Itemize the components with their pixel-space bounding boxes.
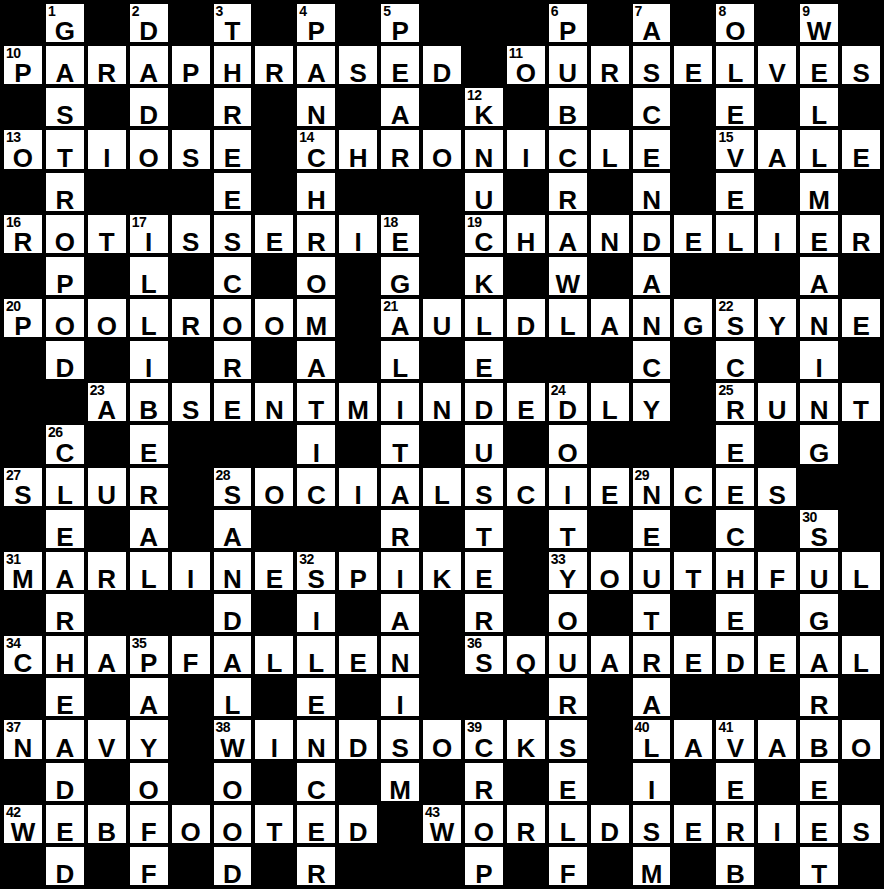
letter-cell-r8c1[interactable]: D — [46, 341, 84, 379]
letter-cell-r11c2[interactable]: U — [88, 468, 126, 506]
letter-cell-r0c3[interactable]: 2D — [130, 4, 168, 42]
letter-cell-r16c13[interactable]: R — [549, 678, 587, 716]
letter-cell-r19c18[interactable]: I — [758, 805, 796, 843]
letter-cell-r11c6[interactable]: O — [255, 468, 293, 506]
letter-cell-r15c2[interactable]: A — [88, 636, 126, 674]
letter-cell-r17c8[interactable]: D — [339, 720, 377, 758]
letter-cell-r9c19[interactable]: N — [800, 383, 838, 421]
letter-cell-r10c1[interactable]: 26C — [46, 425, 84, 463]
letter-cell-r18c9[interactable]: M — [381, 763, 419, 801]
letter-cell-r13c4[interactable]: I — [172, 552, 210, 590]
letter-cell-r3c17[interactable]: 15V — [716, 130, 754, 168]
letter-cell-r6c15[interactable]: A — [633, 257, 671, 295]
letter-cell-r5c14[interactable]: N — [591, 215, 629, 253]
letter-cell-r11c10[interactable]: L — [423, 468, 461, 506]
letter-cell-r5c5[interactable]: S — [214, 215, 252, 253]
letter-cell-r15c0[interactable]: 34C — [4, 636, 42, 674]
letter-cell-r15c20[interactable]: L — [842, 636, 880, 674]
letter-cell-r16c9[interactable]: I — [381, 678, 419, 716]
letter-cell-r19c4[interactable]: O — [172, 805, 210, 843]
letter-cell-r5c15[interactable]: D — [633, 215, 671, 253]
letter-cell-r17c17[interactable]: 41V — [716, 720, 754, 758]
letter-cell-r15c13[interactable]: U — [549, 636, 587, 674]
letter-cell-r13c7[interactable]: 32S — [297, 552, 335, 590]
letter-cell-r7c10[interactable]: U — [423, 299, 461, 337]
cell-letter: E — [214, 145, 252, 171]
letter-cell-r11c13[interactable]: I — [549, 468, 587, 506]
letter-cell-r13c10[interactable]: K — [423, 552, 461, 590]
letter-cell-r18c11[interactable]: R — [465, 763, 503, 801]
letter-cell-r8c11[interactable]: E — [465, 341, 503, 379]
black-cell-r18c18 — [758, 763, 796, 801]
letter-cell-r6c9[interactable]: G — [381, 257, 419, 295]
letter-cell-r5c20[interactable]: R — [842, 215, 880, 253]
letter-cell-r18c15[interactable]: I — [633, 763, 671, 801]
letter-cell-r8c19[interactable]: I — [800, 341, 838, 379]
letter-cell-r20c7[interactable]: R — [297, 847, 335, 885]
letter-cell-r5c7[interactable]: R — [297, 215, 335, 253]
letter-cell-r20c15[interactable]: M — [633, 847, 671, 885]
letter-cell-r11c8[interactable]: I — [339, 468, 377, 506]
cell-letter: T — [465, 524, 503, 550]
letter-cell-r5c1[interactable]: O — [46, 215, 84, 253]
letter-cell-r17c3[interactable]: Y — [130, 720, 168, 758]
letter-cell-r10c3[interactable]: E — [130, 425, 168, 463]
letter-cell-r20c17[interactable]: B — [716, 847, 754, 885]
letter-cell-r3c18[interactable]: A — [758, 130, 796, 168]
letter-cell-r19c13[interactable]: L — [549, 805, 587, 843]
letter-cell-r11c18[interactable]: S — [758, 468, 796, 506]
letter-cell-r1c16[interactable]: E — [674, 46, 712, 84]
letter-cell-r1c14[interactable]: R — [591, 46, 629, 84]
letter-cell-r17c5[interactable]: 38W — [214, 720, 252, 758]
letter-cell-r15c7[interactable]: L — [297, 636, 335, 674]
letter-cell-r18c1[interactable]: D — [46, 763, 84, 801]
letter-cell-r4c1[interactable]: R — [46, 173, 84, 211]
letter-cell-r8c17[interactable]: C — [716, 341, 754, 379]
letter-cell-r13c18[interactable]: F — [758, 552, 796, 590]
letter-cell-r4c11[interactable]: U — [465, 173, 503, 211]
letter-cell-r11c12[interactable]: C — [507, 468, 545, 506]
letter-cell-r17c6[interactable]: I — [255, 720, 293, 758]
letter-cell-r12c19[interactable]: 30S — [800, 510, 838, 548]
letter-cell-r16c3[interactable]: A — [130, 678, 168, 716]
letter-cell-r0c9[interactable]: 5P — [381, 4, 419, 42]
letter-cell-r13c2[interactable]: R — [88, 552, 126, 590]
letter-cell-r1c12[interactable]: 11O — [507, 46, 545, 84]
letter-cell-r14c7[interactable]: I — [297, 594, 335, 632]
letter-cell-r3c9[interactable]: R — [381, 130, 419, 168]
letter-cell-r13c11[interactable]: E — [465, 552, 503, 590]
letter-cell-r9c7[interactable]: T — [297, 383, 335, 421]
letter-cell-r13c13[interactable]: 33Y — [549, 552, 587, 590]
letter-cell-r5c3[interactable]: 17I — [130, 215, 168, 253]
letter-cell-r18c3[interactable]: O — [130, 763, 168, 801]
letter-cell-r11c9[interactable]: A — [381, 468, 419, 506]
letter-cell-r12c9[interactable]: R — [381, 510, 419, 548]
letter-cell-r20c1[interactable]: D — [46, 847, 84, 885]
letter-cell-r7c0[interactable]: 20P — [4, 299, 42, 337]
letter-cell-r9c4[interactable]: S — [172, 383, 210, 421]
letter-cell-r19c7[interactable]: E — [297, 805, 335, 843]
letter-cell-r19c6[interactable]: T — [255, 805, 293, 843]
letter-cell-r15c18[interactable]: E — [758, 636, 796, 674]
letter-cell-r9c15[interactable]: Y — [633, 383, 671, 421]
letter-cell-r1c18[interactable]: V — [758, 46, 796, 84]
letter-cell-r14c11[interactable]: R — [465, 594, 503, 632]
letter-cell-r6c5[interactable]: C — [214, 257, 252, 295]
letter-cell-r15c3[interactable]: 35P — [130, 636, 168, 674]
letter-cell-r19c16[interactable]: E — [674, 805, 712, 843]
letter-cell-r7c9[interactable]: 21A — [381, 299, 419, 337]
letter-cell-r14c19[interactable]: G — [800, 594, 838, 632]
letter-cell-r15c19[interactable]: A — [800, 636, 838, 674]
letter-cell-r13c19[interactable]: U — [800, 552, 838, 590]
letter-cell-r5c9[interactable]: 18E — [381, 215, 419, 253]
letter-cell-r7c16[interactable]: G — [674, 299, 712, 337]
letter-cell-r12c11[interactable]: T — [465, 510, 503, 548]
letter-cell-r11c1[interactable]: L — [46, 468, 84, 506]
letter-cell-r12c17[interactable]: C — [716, 510, 754, 548]
letter-cell-r9c14[interactable]: L — [591, 383, 629, 421]
letter-cell-r1c9[interactable]: E — [381, 46, 419, 84]
letter-cell-r19c2[interactable]: B — [88, 805, 126, 843]
letter-cell-r16c7[interactable]: E — [297, 678, 335, 716]
letter-cell-r1c20[interactable]: S — [842, 46, 880, 84]
letter-cell-r9c2[interactable]: 23A — [88, 383, 126, 421]
letter-cell-r11c3[interactable]: R — [130, 468, 168, 506]
letter-cell-r0c19[interactable]: 9W — [800, 4, 838, 42]
letter-cell-r18c5[interactable]: O — [214, 763, 252, 801]
letter-cell-r5c16[interactable]: E — [674, 215, 712, 253]
letter-cell-r1c5[interactable]: H — [214, 46, 252, 84]
letter-cell-r17c7[interactable]: N — [297, 720, 335, 758]
letter-cell-r13c6[interactable]: E — [255, 552, 293, 590]
letter-cell-r3c3[interactable]: O — [130, 130, 168, 168]
letter-cell-r13c14[interactable]: O — [591, 552, 629, 590]
letter-cell-r3c11[interactable]: N — [465, 130, 503, 168]
letter-cell-r1c6[interactable]: R — [255, 46, 293, 84]
letter-cell-r7c5[interactable]: O — [214, 299, 252, 337]
letter-cell-r9c20[interactable]: T — [842, 383, 880, 421]
letter-cell-r7c20[interactable]: E — [842, 299, 880, 337]
letter-cell-r7c6[interactable]: O — [255, 299, 293, 337]
letter-cell-r12c13[interactable]: T — [549, 510, 587, 548]
letter-cell-r16c15[interactable]: A — [633, 678, 671, 716]
letter-cell-r11c15[interactable]: 29N — [633, 468, 671, 506]
letter-cell-r1c15[interactable]: S — [633, 46, 671, 84]
letter-cell-r19c12[interactable]: R — [507, 805, 545, 843]
letter-cell-r17c12[interactable]: K — [507, 720, 545, 758]
letter-cell-r11c5[interactable]: 28S — [214, 468, 252, 506]
letter-cell-r20c5[interactable]: D — [214, 847, 252, 885]
letter-cell-r9c6[interactable]: N — [255, 383, 293, 421]
letter-cell-r13c16[interactable]: T — [674, 552, 712, 590]
letter-cell-r1c3[interactable]: A — [130, 46, 168, 84]
letter-cell-r17c18[interactable]: A — [758, 720, 796, 758]
cell-letter: U — [758, 397, 796, 423]
letter-cell-r2c13[interactable]: B — [549, 88, 587, 126]
letter-cell-r7c11[interactable]: L — [465, 299, 503, 337]
letter-cell-r14c9[interactable]: A — [381, 594, 419, 632]
letter-cell-r17c9[interactable]: S — [381, 720, 419, 758]
letter-cell-r8c5[interactable]: R — [214, 341, 252, 379]
letter-cell-r1c10[interactable]: D — [423, 46, 461, 84]
letter-cell-r2c5[interactable]: R — [214, 88, 252, 126]
letter-cell-r2c7[interactable]: N — [297, 88, 335, 126]
letter-cell-r9c8[interactable]: M — [339, 383, 377, 421]
letter-cell-r15c1[interactable]: H — [46, 636, 84, 674]
letter-cell-r15c4[interactable]: F — [172, 636, 210, 674]
letter-cell-r11c16[interactable]: C — [674, 468, 712, 506]
letter-cell-r11c0[interactable]: 27S — [4, 468, 42, 506]
letter-cell-r15c11[interactable]: 36S — [465, 636, 503, 674]
letter-cell-r9c5[interactable]: E — [214, 383, 252, 421]
letter-cell-r10c9[interactable]: T — [381, 425, 419, 463]
letter-cell-r7c19[interactable]: N — [800, 299, 838, 337]
letter-cell-r4c7[interactable]: H — [297, 173, 335, 211]
letter-cell-r19c5[interactable]: O — [214, 805, 252, 843]
letter-cell-r15c17[interactable]: D — [716, 636, 754, 674]
letter-cell-r15c12[interactable]: Q — [507, 636, 545, 674]
letter-cell-r9c3[interactable]: B — [130, 383, 168, 421]
letter-cell-r2c15[interactable]: C — [633, 88, 671, 126]
letter-cell-r0c13[interactable]: 6P — [549, 4, 587, 42]
letter-cell-r7c1[interactable]: O — [46, 299, 84, 337]
letter-cell-r13c20[interactable]: L — [842, 552, 880, 590]
letter-cell-r6c3[interactable]: L — [130, 257, 168, 295]
letter-cell-r20c13[interactable]: F — [549, 847, 587, 885]
letter-cell-r13c8[interactable]: P — [339, 552, 377, 590]
letter-cell-r3c8[interactable]: H — [339, 130, 377, 168]
letter-cell-r10c17[interactable]: E — [716, 425, 754, 463]
letter-cell-r19c20[interactable]: S — [842, 805, 880, 843]
letter-cell-r3c19[interactable]: L — [800, 130, 838, 168]
letter-cell-r14c17[interactable]: E — [716, 594, 754, 632]
letter-cell-r13c3[interactable]: L — [130, 552, 168, 590]
letter-cell-r17c11[interactable]: 39C — [465, 720, 503, 758]
letter-cell-r14c15[interactable]: T — [633, 594, 671, 632]
black-cell-r12c12 — [507, 510, 545, 548]
letter-cell-r17c20[interactable]: O — [842, 720, 880, 758]
letter-cell-r19c17[interactable]: R — [716, 805, 754, 843]
letter-cell-r10c7[interactable]: I — [297, 425, 335, 463]
letter-cell-r17c16[interactable]: A — [674, 720, 712, 758]
letter-cell-r1c19[interactable]: E — [800, 46, 838, 84]
letter-cell-r5c8[interactable]: I — [339, 215, 377, 253]
letter-cell-r11c11[interactable]: S — [465, 468, 503, 506]
letter-cell-r9c18[interactable]: U — [758, 383, 796, 421]
letter-cell-r8c9[interactable]: L — [381, 341, 419, 379]
letter-cell-r15c14[interactable]: A — [591, 636, 629, 674]
black-cell-r14c14 — [591, 594, 629, 632]
letter-cell-r15c6[interactable]: L — [255, 636, 293, 674]
letter-cell-r14c13[interactable]: O — [549, 594, 587, 632]
letter-cell-r3c5[interactable]: E — [214, 130, 252, 168]
letter-cell-r3c10[interactable]: O — [423, 130, 461, 168]
letter-cell-r16c5[interactable]: L — [214, 678, 252, 716]
letter-cell-r14c1[interactable]: R — [46, 594, 84, 632]
cell-letter: A — [633, 18, 671, 44]
letter-cell-r9c10[interactable]: N — [423, 383, 461, 421]
letter-cell-r9c11[interactable]: D — [465, 383, 503, 421]
letter-cell-r8c15[interactable]: C — [633, 341, 671, 379]
letter-cell-r13c17[interactable]: H — [716, 552, 754, 590]
letter-cell-r3c15[interactable]: E — [633, 130, 671, 168]
letter-cell-r13c1[interactable]: A — [46, 552, 84, 590]
letter-cell-r17c1[interactable]: A — [46, 720, 84, 758]
letter-cell-r19c11[interactable]: O — [465, 805, 503, 843]
letter-cell-r3c4[interactable]: S — [172, 130, 210, 168]
letter-cell-r5c13[interactable]: A — [549, 215, 587, 253]
letter-cell-r5c0[interactable]: 16R — [4, 215, 42, 253]
letter-cell-r7c17[interactable]: 22S — [716, 299, 754, 337]
letter-cell-r15c5[interactable]: A — [214, 636, 252, 674]
letter-cell-r13c5[interactable]: N — [214, 552, 252, 590]
letter-cell-r1c2[interactable]: R — [88, 46, 126, 84]
letter-cell-r2c3[interactable]: D — [130, 88, 168, 126]
letter-cell-r2c1[interactable]: S — [46, 88, 84, 126]
letter-cell-r20c3[interactable]: F — [130, 847, 168, 885]
letter-cell-r15c16[interactable]: E — [674, 636, 712, 674]
letter-cell-r5c11[interactable]: 19C — [465, 215, 503, 253]
letter-cell-r15c8[interactable]: E — [339, 636, 377, 674]
letter-cell-r18c17[interactable]: E — [716, 763, 754, 801]
letter-cell-r6c1[interactable]: P — [46, 257, 84, 295]
letter-cell-r7c7[interactable]: M — [297, 299, 335, 337]
letter-cell-r3c13[interactable]: C — [549, 130, 587, 168]
letter-cell-r3c2[interactable]: I — [88, 130, 126, 168]
letter-cell-r19c10[interactable]: 43W — [423, 805, 461, 843]
letter-cell-r18c7[interactable]: C — [297, 763, 335, 801]
letter-cell-r16c19[interactable]: R — [800, 678, 838, 716]
letter-cell-r20c11[interactable]: P — [465, 847, 503, 885]
letter-cell-r5c6[interactable]: E — [255, 215, 293, 253]
letter-cell-r3c20[interactable]: E — [842, 130, 880, 168]
letter-cell-r7c18[interactable]: Y — [758, 299, 796, 337]
letter-cell-r7c2[interactable]: O — [88, 299, 126, 337]
letter-cell-r19c15[interactable]: S — [633, 805, 671, 843]
letter-cell-r19c19[interactable]: E — [800, 805, 838, 843]
letter-cell-r17c10[interactable]: O — [423, 720, 461, 758]
letter-cell-r11c14[interactable]: E — [591, 468, 629, 506]
letter-cell-r16c1[interactable]: E — [46, 678, 84, 716]
letter-cell-r5c12[interactable]: H — [507, 215, 545, 253]
letter-cell-r11c17[interactable]: E — [716, 468, 754, 506]
letter-cell-r6c13[interactable]: W — [549, 257, 587, 295]
letter-cell-r12c3[interactable]: A — [130, 510, 168, 548]
letter-cell-r1c8[interactable]: S — [339, 46, 377, 84]
letter-cell-r0c7[interactable]: 4P — [297, 4, 335, 42]
letter-cell-r7c12[interactable]: D — [507, 299, 545, 337]
letter-cell-r1c17[interactable]: L — [716, 46, 754, 84]
letter-cell-r10c13[interactable]: O — [549, 425, 587, 463]
letter-cell-r5c4[interactable]: S — [172, 215, 210, 253]
letter-cell-r13c9[interactable]: I — [381, 552, 419, 590]
letter-cell-r4c15[interactable]: N — [633, 173, 671, 211]
letter-cell-r14c5[interactable]: D — [214, 594, 252, 632]
letter-cell-r10c11[interactable]: U — [465, 425, 503, 463]
letter-cell-r15c15[interactable]: R — [633, 636, 671, 674]
letter-cell-r8c3[interactable]: I — [130, 341, 168, 379]
letter-cell-r1c0[interactable]: 10P — [4, 46, 42, 84]
letter-cell-r0c17[interactable]: 8O — [716, 4, 754, 42]
letter-cell-r2c11[interactable]: 12K — [465, 88, 503, 126]
letter-cell-r7c4[interactable]: R — [172, 299, 210, 337]
letter-cell-r6c19[interactable]: A — [800, 257, 838, 295]
letter-cell-r12c1[interactable]: E — [46, 510, 84, 548]
letter-cell-r0c15[interactable]: 7A — [633, 4, 671, 42]
letter-cell-r12c5[interactable]: A — [214, 510, 252, 548]
letter-cell-r3c0[interactable]: 13O — [4, 130, 42, 168]
letter-cell-r17c15[interactable]: 40L — [633, 720, 671, 758]
letter-cell-r19c0[interactable]: 42W — [4, 805, 42, 843]
letter-cell-r11c7[interactable]: C — [297, 468, 335, 506]
letter-cell-r4c17[interactable]: E — [716, 173, 754, 211]
cell-letter: R — [465, 777, 503, 803]
letter-cell-r4c19[interactable]: M — [800, 173, 838, 211]
letter-cell-r18c19[interactable]: E — [800, 763, 838, 801]
letter-cell-r12c15[interactable]: E — [633, 510, 671, 548]
letter-cell-r17c2[interactable]: V — [88, 720, 126, 758]
letter-cell-r3c14[interactable]: L — [591, 130, 629, 168]
letter-cell-r19c3[interactable]: F — [130, 805, 168, 843]
letter-cell-r7c3[interactable]: L — [130, 299, 168, 337]
letter-cell-r3c7[interactable]: 14C — [297, 130, 335, 168]
letter-cell-r8c7[interactable]: A — [297, 341, 335, 379]
letter-cell-r5c19[interactable]: E — [800, 215, 838, 253]
letter-cell-r19c8[interactable]: D — [339, 805, 377, 843]
letter-cell-r3c1[interactable]: T — [46, 130, 84, 168]
letter-cell-r9c9[interactable]: I — [381, 383, 419, 421]
letter-cell-r7c13[interactable]: L — [549, 299, 587, 337]
letter-cell-r15c9[interactable]: N — [381, 636, 419, 674]
letter-cell-r17c19[interactable]: B — [800, 720, 838, 758]
letter-cell-r3c12[interactable]: I — [507, 130, 545, 168]
letter-cell-r0c5[interactable]: 3T — [214, 4, 252, 42]
letter-cell-r1c4[interactable]: P — [172, 46, 210, 84]
letter-cell-r2c9[interactable]: A — [381, 88, 419, 126]
letter-cell-r20c19[interactable]: T — [800, 847, 838, 885]
letter-cell-r5c2[interactable]: T — [88, 215, 126, 253]
letter-cell-r0c1[interactable]: 1G — [46, 4, 84, 42]
letter-cell-r17c0[interactable]: 37N — [4, 720, 42, 758]
letter-cell-r1c7[interactable]: A — [297, 46, 335, 84]
letter-cell-r2c17[interactable]: E — [716, 88, 754, 126]
letter-cell-r19c1[interactable]: E — [46, 805, 84, 843]
letter-cell-r13c0[interactable]: 31M — [4, 552, 42, 590]
letter-cell-r7c15[interactable]: N — [633, 299, 671, 337]
letter-cell-r19c14[interactable]: D — [591, 805, 629, 843]
letter-cell-r5c18[interactable]: I — [758, 215, 796, 253]
letter-cell-r5c17[interactable]: L — [716, 215, 754, 253]
letter-cell-r18c13[interactable]: E — [549, 763, 587, 801]
letter-cell-r10c19[interactable]: G — [800, 425, 838, 463]
letter-cell-r9c17[interactable]: 25R — [716, 383, 754, 421]
letter-cell-r1c13[interactable]: U — [549, 46, 587, 84]
letter-cell-r13c15[interactable]: U — [633, 552, 671, 590]
letter-cell-r2c19[interactable]: L — [800, 88, 838, 126]
letter-cell-r9c12[interactable]: E — [507, 383, 545, 421]
letter-cell-r7c14[interactable]: A — [591, 299, 629, 337]
letter-cell-r4c13[interactable]: R — [549, 173, 587, 211]
letter-cell-r17c13[interactable]: S — [549, 720, 587, 758]
letter-cell-r9c13[interactable]: 24D — [549, 383, 587, 421]
letter-cell-r6c11[interactable]: K — [465, 257, 503, 295]
letter-cell-r4c5[interactable]: E — [214, 173, 252, 211]
letter-cell-r6c7[interactable]: O — [297, 257, 335, 295]
letter-cell-r1c1[interactable]: A — [46, 46, 84, 84]
